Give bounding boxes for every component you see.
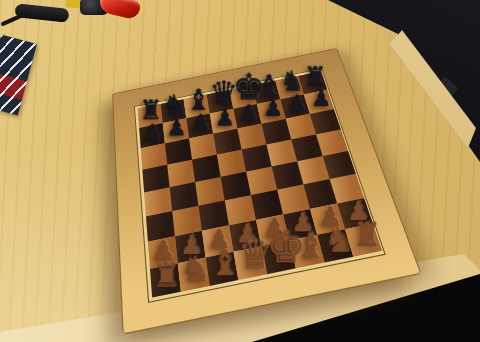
piece-black-pawn[interactable]: ♟ [213,107,238,130]
square-e1[interactable]: ♚ [261,241,295,275]
square-b5[interactable] [167,160,195,188]
square-d1[interactable]: ♛ [234,246,268,280]
board-squares: ♜♞♝♛♚♝♞♜♟♟♟♟♟♟♟♟♟♟♟♟♟♟♟♟♜♞♝♛♚♝♞♜ [135,69,384,302]
piece-white-knight[interactable]: ♞ [180,253,209,287]
piece-black-pawn[interactable]: ♟ [189,112,214,135]
red-tool [97,0,141,21]
piece-black-pawn[interactable]: ♟ [237,102,262,125]
piece-white-bishop[interactable]: ♝ [209,246,238,281]
square-a6[interactable] [141,143,167,169]
cable-lead [0,11,27,26]
table-surface: ♜♞♝♛♚♝♞♜♟♟♟♟♟♟♟♟♟♟♟♟♟♟♟♟♜♞♝♛♚♝♞♜ [0,0,480,342]
square-b1[interactable]: ♞ [178,258,210,292]
piece-white-rook[interactable]: ♜ [152,260,181,293]
square-c1[interactable]: ♝ [206,252,239,286]
square-c6[interactable] [189,134,217,160]
piece-white-rook[interactable]: ♜ [352,219,381,252]
piece-white-bishop[interactable]: ♝ [295,228,324,263]
piece-white-king[interactable]: ♚ [266,225,295,269]
square-h6[interactable] [310,109,341,134]
piece-black-pawn[interactable]: ♟ [309,87,334,110]
chess-board-wrapper: ♜♞♝♛♚♝♞♜♟♟♟♟♟♟♟♟♟♟♟♟♟♟♟♟♜♞♝♛♚♝♞♜ [91,17,400,326]
square-a1[interactable]: ♜ [150,263,181,297]
piece-white-knight[interactable]: ♞ [324,224,353,258]
piece-black-pawn[interactable]: ♟ [261,97,286,120]
square-c5[interactable] [192,155,221,182]
piece-black-pawn[interactable]: ♟ [164,117,189,140]
piece-white-queen[interactable]: ♛ [238,236,267,275]
square-g6[interactable] [286,114,316,140]
square-a5[interactable] [142,165,169,193]
square-h5[interactable] [316,129,348,156]
square-f1[interactable]: ♝ [289,235,324,268]
piece-black-pawn[interactable]: ♟ [285,92,310,115]
square-b6[interactable] [165,138,192,164]
striped-book [0,34,37,115]
piece-black-pawn[interactable]: ♟ [140,122,165,145]
